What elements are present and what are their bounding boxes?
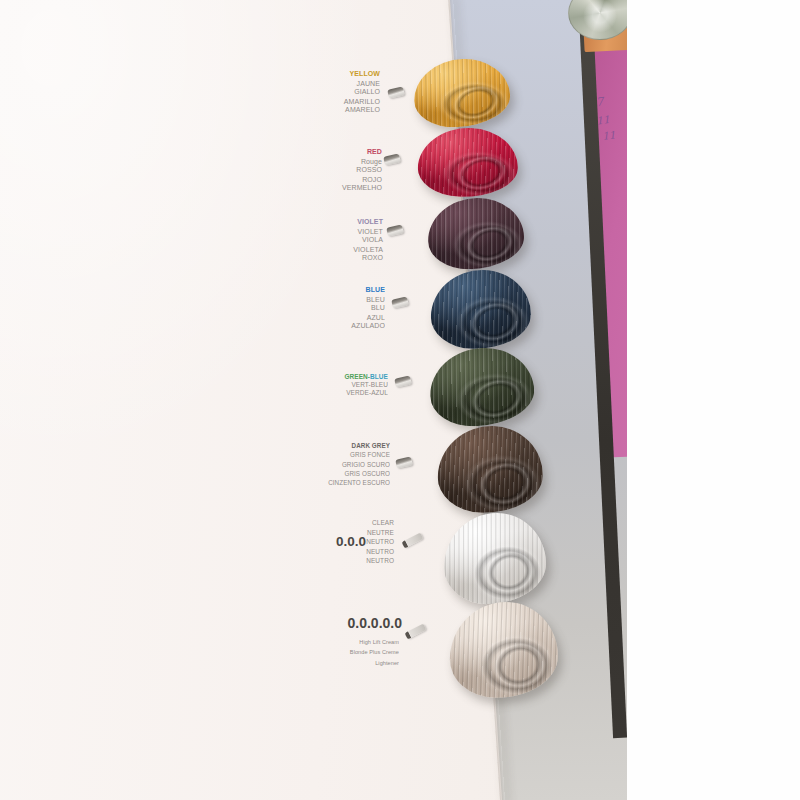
color-line: Rouge bbox=[304, 157, 382, 166]
color-title-red: RED bbox=[304, 148, 382, 157]
photo-area: 77 11 11 YELLOW JAUNE GIALLO AMARILLO AM… bbox=[0, 0, 627, 800]
color-line: VERT-BLEU bbox=[316, 381, 388, 389]
color-line: GRIS OSCURO bbox=[320, 469, 390, 478]
color-line: GRIGIO SCURO bbox=[320, 460, 390, 469]
color-line: BLU bbox=[307, 304, 385, 313]
color-line: AZUL bbox=[307, 313, 385, 322]
color-line: VERMELHO bbox=[304, 184, 382, 193]
label-block-neutral: CLEAR NEUTRE NEUTRO NEUTRO NEUTRO bbox=[322, 519, 394, 566]
label-block-green-blue: GREEN-BLUE VERT-BLEU VERDE-AZUL bbox=[316, 373, 388, 398]
color-line: ROXO bbox=[305, 254, 383, 263]
color-title-green-blue: GREEN-BLUE bbox=[316, 373, 388, 381]
label-block-violet: VIOLET VIOLET VIOLA VIOLETA ROXO bbox=[305, 218, 383, 263]
color-line: VERDE-AZUL bbox=[316, 390, 388, 398]
label-block-dark-grey: DARK GREY GRIS FONCE GRIGIO SCURO GRIS O… bbox=[320, 442, 390, 488]
label-block-blue: BLUE BLEU BLU AZUL AZULADO bbox=[307, 286, 385, 331]
color-line: AMARELO bbox=[302, 106, 380, 115]
color-line: CINZENTO ESCURO bbox=[320, 478, 390, 487]
label-block-yellow: YELLOW JAUNE GIALLO AMARILLO AMARELO bbox=[302, 70, 380, 115]
color-title-blue: BLUE bbox=[307, 286, 385, 295]
white-margin bbox=[627, 0, 800, 800]
color-line: ROSSO bbox=[304, 166, 382, 175]
jar-lid bbox=[568, 0, 627, 40]
color-line: AZULADO bbox=[307, 322, 385, 331]
color-line: JAUNE bbox=[302, 79, 380, 88]
screenshot-canvas: 77 11 11 YELLOW JAUNE GIALLO AMARILLO AM… bbox=[0, 0, 800, 800]
color-line: ROJO bbox=[304, 175, 382, 184]
color-line: BLEU bbox=[307, 295, 385, 304]
color-line: CLEAR bbox=[322, 519, 394, 528]
color-line: GIALLO bbox=[302, 88, 380, 97]
label-block-red: RED Rouge ROSSO ROJO VERMELHO bbox=[304, 148, 382, 193]
color-line: VIOLA bbox=[305, 236, 383, 245]
color-line: NEUTRE bbox=[322, 528, 394, 537]
color-line: GRIS FONCE bbox=[320, 451, 390, 460]
color-line: Blonde Plus Creme Lightener bbox=[337, 648, 399, 669]
color-line: NEUTRO bbox=[322, 538, 394, 547]
color-line: NEUTRO bbox=[322, 556, 394, 565]
color-line: VIOLET bbox=[305, 227, 383, 236]
code-high-lift: 0.0.0.0.0 bbox=[336, 615, 402, 631]
title-part-blue: BLUE bbox=[370, 373, 388, 380]
color-title-dark-grey: DARK GREY bbox=[320, 442, 390, 451]
color-title-yellow: YELLOW bbox=[302, 70, 380, 79]
handwritten-number: 11 bbox=[601, 124, 627, 144]
color-title-violet: VIOLET bbox=[305, 218, 383, 227]
color-line: AMARILLO bbox=[302, 97, 380, 106]
color-line: High Lift Cream bbox=[337, 637, 399, 648]
label-block-high-lift: High Lift Cream Blonde Plus Creme Lighte… bbox=[337, 637, 399, 669]
color-line: VIOLETA bbox=[305, 245, 383, 254]
title-part-green: GREEN- bbox=[344, 373, 370, 380]
color-line: NEUTRO bbox=[322, 547, 394, 556]
